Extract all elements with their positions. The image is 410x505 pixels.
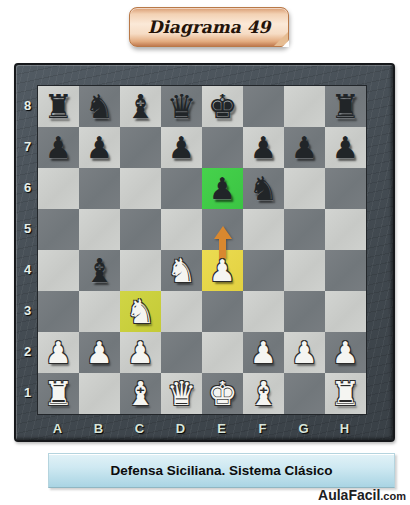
square-c3: ♞ <box>120 291 161 332</box>
caption-box: Defensa Siciliana. Sistema Clásico <box>48 453 395 488</box>
file-label-c: C <box>119 416 160 442</box>
move-arrow-head <box>214 226 232 239</box>
file-label-a: A <box>37 416 78 442</box>
piece-white-rook-h1: ♜ <box>325 373 366 414</box>
rank-label-8: 8 <box>18 85 37 126</box>
chess-board: ♜♞♝♛♚♜♟♟♟♟♟♟♟♞♝♞♟♞♟♟♟♟♟♟♜♝♛♚♝♜ <box>37 85 367 415</box>
square-e7 <box>202 127 243 168</box>
piece-white-pawn-g2: ♟ <box>284 332 325 373</box>
square-f2: ♟ <box>243 332 284 373</box>
square-g5 <box>284 209 325 250</box>
file-label-f: F <box>242 416 283 442</box>
square-d5 <box>161 209 202 250</box>
square-a8: ♜ <box>38 86 79 127</box>
piece-black-pawn-b7: ♟ <box>79 127 120 168</box>
square-a7: ♟ <box>38 127 79 168</box>
square-h2: ♟ <box>325 332 366 373</box>
square-b4: ♝ <box>79 250 120 291</box>
watermark-brand: AulaFacil <box>318 487 380 503</box>
piece-black-pawn-h7: ♟ <box>325 127 366 168</box>
piece-white-pawn-f2: ♟ <box>243 332 284 373</box>
square-b5 <box>79 209 120 250</box>
square-a1: ♜ <box>38 373 79 414</box>
rank-label-5: 5 <box>18 208 37 249</box>
file-label-h: H <box>324 416 365 442</box>
piece-black-pawn-a7: ♟ <box>38 127 79 168</box>
square-c6 <box>120 168 161 209</box>
piece-black-rook-a8: ♜ <box>38 86 79 127</box>
square-c5 <box>120 209 161 250</box>
square-f4 <box>243 250 284 291</box>
square-h1: ♜ <box>325 373 366 414</box>
diagram-title: Diagrama 49 <box>148 17 271 37</box>
page: Diagrama 49 87654321 ♜♞♝♛♚♜♟♟♟♟♟♟♟♞♝♞♟♞♟… <box>0 0 410 505</box>
square-a5 <box>38 209 79 250</box>
square-h5 <box>325 209 366 250</box>
rank-label-1: 1 <box>18 372 37 413</box>
square-f3 <box>243 291 284 332</box>
file-label-b: B <box>78 416 119 442</box>
square-d3 <box>161 291 202 332</box>
square-h6 <box>325 168 366 209</box>
square-d8: ♛ <box>161 86 202 127</box>
square-g8 <box>284 86 325 127</box>
square-a4 <box>38 250 79 291</box>
square-e1: ♚ <box>202 373 243 414</box>
piece-white-pawn-b2: ♟ <box>79 332 120 373</box>
piece-black-pawn-g7: ♟ <box>284 127 325 168</box>
square-e2 <box>202 332 243 373</box>
square-e3 <box>202 291 243 332</box>
rank-label-6: 6 <box>18 167 37 208</box>
watermark-suffix: .com <box>380 490 406 502</box>
piece-white-pawn-e4: ♟ <box>202 250 243 291</box>
piece-black-rook-h8: ♜ <box>325 86 366 127</box>
piece-white-pawn-c2: ♟ <box>120 332 161 373</box>
rank-label-3: 3 <box>18 290 37 331</box>
square-c8: ♝ <box>120 86 161 127</box>
square-h7: ♟ <box>325 127 366 168</box>
rank-label-4: 4 <box>18 249 37 290</box>
rank-labels: 87654321 <box>18 85 37 415</box>
piece-black-pawn-d7: ♟ <box>161 127 202 168</box>
file-label-d: D <box>160 416 201 442</box>
piece-white-bishop-c1: ♝ <box>120 373 161 414</box>
square-g2: ♟ <box>284 332 325 373</box>
square-b1 <box>79 373 120 414</box>
square-a6 <box>38 168 79 209</box>
square-f8 <box>243 86 284 127</box>
piece-white-pawn-h2: ♟ <box>325 332 366 373</box>
square-g7: ♟ <box>284 127 325 168</box>
square-g1 <box>284 373 325 414</box>
square-b2: ♟ <box>79 332 120 373</box>
square-b3 <box>79 291 120 332</box>
piece-white-knight-c3: ♞ <box>120 291 161 332</box>
square-d4: ♞ <box>161 250 202 291</box>
square-a3 <box>38 291 79 332</box>
square-g4 <box>284 250 325 291</box>
square-h4 <box>325 250 366 291</box>
square-f5 <box>243 209 284 250</box>
piece-black-pawn-e6: ♟ <box>202 168 243 209</box>
square-a2: ♟ <box>38 332 79 373</box>
square-c7 <box>120 127 161 168</box>
square-h3 <box>325 291 366 332</box>
square-e8: ♚ <box>202 86 243 127</box>
piece-black-knight-f6: ♞ <box>243 168 284 209</box>
square-b8: ♞ <box>79 86 120 127</box>
piece-black-queen-d8: ♛ <box>161 86 202 127</box>
opening-name: Defensa Siciliana. Sistema Clásico <box>110 463 332 478</box>
square-d6 <box>161 168 202 209</box>
diagram-title-banner: Diagrama 49 <box>129 7 289 47</box>
square-g3 <box>284 291 325 332</box>
piece-white-knight-d4: ♞ <box>161 250 202 291</box>
piece-black-bishop-b4: ♝ <box>79 250 120 291</box>
file-label-g: G <box>283 416 324 442</box>
file-label-e: E <box>201 416 242 442</box>
piece-black-king-e8: ♚ <box>202 86 243 127</box>
square-c4 <box>120 250 161 291</box>
rank-label-7: 7 <box>18 126 37 167</box>
square-g6 <box>284 168 325 209</box>
piece-white-queen-d1: ♛ <box>161 373 202 414</box>
square-b7: ♟ <box>79 127 120 168</box>
square-c1: ♝ <box>120 373 161 414</box>
piece-white-pawn-a2: ♟ <box>38 332 79 373</box>
square-d2 <box>161 332 202 373</box>
square-f7: ♟ <box>243 127 284 168</box>
square-b6 <box>79 168 120 209</box>
piece-white-king-e1: ♚ <box>202 373 243 414</box>
square-d7: ♟ <box>161 127 202 168</box>
piece-black-bishop-c8: ♝ <box>120 86 161 127</box>
square-h8: ♜ <box>325 86 366 127</box>
square-f1: ♝ <box>243 373 284 414</box>
square-e6: ♟ <box>202 168 243 209</box>
square-f6: ♞ <box>243 168 284 209</box>
piece-black-knight-b8: ♞ <box>79 86 120 127</box>
rank-label-2: 2 <box>18 331 37 372</box>
square-d1: ♛ <box>161 373 202 414</box>
square-e4: ♟ <box>202 250 243 291</box>
file-labels: ABCDEFGH <box>37 416 367 442</box>
piece-black-pawn-f7: ♟ <box>243 127 284 168</box>
chess-board-frame: 87654321 ♜♞♝♛♚♜♟♟♟♟♟♟♟♞♝♞♟♞♟♟♟♟♟♟♜♝♛♚♝♜ … <box>14 63 395 442</box>
square-c2: ♟ <box>120 332 161 373</box>
piece-white-bishop-f1: ♝ <box>243 373 284 414</box>
site-watermark[interactable]: AulaFacil.com <box>318 486 406 504</box>
piece-white-rook-a1: ♜ <box>38 373 79 414</box>
